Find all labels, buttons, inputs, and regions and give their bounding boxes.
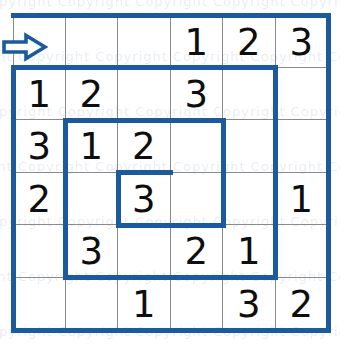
cell-r3c1[interactable]: 3 [13, 120, 66, 173]
cell-digit: 2 [132, 128, 156, 165]
cell-r1c5[interactable]: 2 [223, 15, 276, 68]
cell-r3c3[interactable]: 2 [118, 120, 171, 173]
cell-r1c3[interactable] [118, 15, 171, 68]
cell-digit: 1 [289, 181, 313, 218]
cell-digit: 1 [27, 76, 51, 113]
cell-r3c2[interactable]: 1 [66, 120, 119, 173]
cell-digit: 3 [237, 286, 261, 323]
wall-segment-v [11, 65, 16, 333]
cell-r3c5[interactable] [223, 120, 276, 173]
cell-r2c2[interactable]: 2 [66, 68, 119, 121]
cell-digit: 3 [184, 76, 208, 113]
cell-digit: 3 [79, 233, 103, 270]
cell-r4c3[interactable]: 3 [118, 173, 171, 226]
wall-segment-h [11, 328, 331, 333]
cell-r6c4[interactable] [171, 278, 224, 331]
wall-segment-h [11, 13, 331, 18]
cell-r6c6[interactable]: 2 [276, 278, 329, 331]
cell-r6c5[interactable]: 3 [223, 278, 276, 331]
wall-segment-h [11, 65, 279, 70]
cell-digit: 1 [237, 233, 261, 270]
cell-digit: 2 [237, 24, 261, 61]
cell-digit: 2 [289, 286, 313, 323]
cell-r2c4[interactable]: 3 [171, 68, 224, 121]
cell-r2c6[interactable] [276, 68, 329, 121]
cell-r4c2[interactable] [66, 173, 119, 226]
cell-digit: 2 [79, 76, 103, 113]
cell-digit: 3 [132, 181, 156, 218]
wall-segment-v [63, 118, 68, 281]
cell-r2c1[interactable]: 1 [13, 68, 66, 121]
cell-r5c5[interactable]: 1 [223, 225, 276, 278]
cell-r4c6[interactable]: 1 [276, 173, 329, 226]
cell-r4c4[interactable] [171, 173, 224, 226]
cell-r6c1[interactable] [13, 278, 66, 331]
cell-r1c6[interactable]: 3 [276, 15, 329, 68]
cell-r5c3[interactable] [118, 225, 171, 278]
wall-segment-v [221, 118, 226, 228]
wall-segment-h [116, 223, 226, 228]
cell-digit: 3 [289, 24, 313, 61]
puzzle-board: Copyright Copyright Copyright Copyright … [0, 0, 340, 347]
cell-r2c5[interactable] [223, 68, 276, 121]
cell-digit: 2 [27, 181, 51, 218]
wall-segment-h [63, 275, 278, 280]
wall-segment-v [273, 65, 278, 280]
cell-r1c2[interactable] [66, 15, 119, 68]
cell-r3c4[interactable] [171, 120, 224, 173]
cell-r4c5[interactable] [223, 173, 276, 226]
cell-r3c6[interactable] [276, 120, 329, 173]
cell-r6c3[interactable]: 1 [118, 278, 171, 331]
cell-r4c1[interactable]: 2 [13, 173, 66, 226]
cell-digit: 2 [184, 233, 208, 270]
cell-digit: 1 [79, 128, 103, 165]
cell-r5c6[interactable] [276, 225, 329, 278]
cell-r5c4[interactable]: 2 [171, 225, 224, 278]
wall-segment-h [116, 170, 174, 175]
cell-r1c4[interactable]: 1 [171, 15, 224, 68]
cell-r5c1[interactable] [13, 225, 66, 278]
wall-segment-h [63, 118, 226, 123]
spiral-grid: 123123312231321132 [13, 15, 328, 330]
cell-digit: 1 [132, 286, 156, 323]
cell-r5c2[interactable]: 3 [66, 225, 119, 278]
cell-r6c2[interactable] [66, 278, 119, 331]
wall-segment-v [116, 170, 121, 228]
cell-r2c3[interactable] [118, 68, 171, 121]
cell-digit: 3 [27, 128, 51, 165]
cell-digit: 1 [184, 24, 208, 61]
entry-arrow-icon [2, 32, 48, 62]
watermark-text: Copyright Copyright Copyright Copyright … [0, 0, 340, 9]
wall-segment-v [326, 13, 331, 333]
